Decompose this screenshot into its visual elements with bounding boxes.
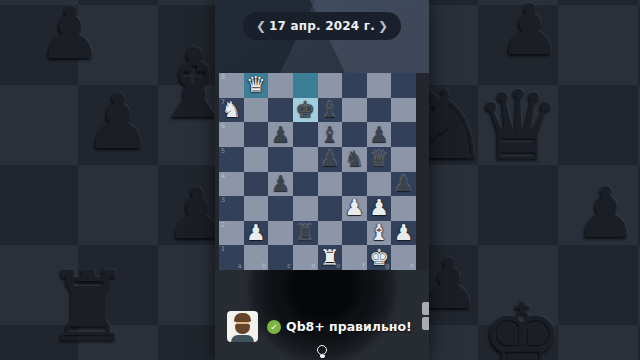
square-e8[interactable] — [318, 73, 343, 98]
square-a1[interactable]: 1a — [219, 245, 244, 270]
square-b3[interactable] — [244, 196, 269, 221]
rank-label: 6 — [221, 123, 225, 130]
piece-black-pawn-e5[interactable]: ♟ — [320, 148, 340, 170]
next-day-button[interactable]: ❯ — [378, 12, 388, 40]
piece-white-queen-b8[interactable]: ♛ — [246, 74, 266, 96]
square-c3[interactable] — [268, 196, 293, 221]
photo-detail — [422, 317, 429, 330]
square-a3[interactable]: 3 — [219, 196, 244, 221]
rank-label: 8 — [221, 74, 225, 81]
piece-black-queen-g5[interactable]: ♛ — [369, 148, 389, 170]
file-label: h — [410, 263, 414, 270]
square-f3[interactable]: ♟ — [342, 196, 367, 221]
avatar-shirt — [231, 335, 254, 342]
background-pawn-icon: ♟ — [575, 178, 638, 248]
square-e1[interactable]: e♜ — [318, 245, 343, 270]
status-text: Qb8+ правильно! — [286, 319, 412, 334]
file-label: c — [287, 263, 291, 270]
square-g1[interactable]: g♚ — [367, 245, 392, 270]
square-e2[interactable] — [318, 221, 343, 246]
square-e3[interactable] — [318, 196, 343, 221]
file-label: g — [385, 263, 389, 270]
piece-black-pawn-h4[interactable]: ♟ — [394, 173, 414, 195]
square-d3[interactable] — [293, 196, 318, 221]
square-e4[interactable] — [318, 172, 343, 197]
square-h1[interactable]: h — [391, 245, 416, 270]
square-g6[interactable]: ♟ — [367, 122, 392, 147]
piece-black-rook-d2[interactable]: ♜ — [295, 222, 315, 244]
lightbulb-icon — [317, 345, 327, 355]
piece-black-king-d7[interactable]: ♚ — [295, 99, 315, 121]
square-d5[interactable] — [293, 147, 318, 172]
square-d2[interactable]: ♜ — [293, 221, 318, 246]
square-g7[interactable] — [367, 98, 392, 123]
correct-check-icon: ✓ — [267, 320, 281, 334]
square-b5[interactable] — [244, 147, 269, 172]
piece-black-bishop-e7[interactable]: ♝ — [320, 99, 340, 121]
square-c6[interactable]: ♟ — [268, 122, 293, 147]
square-g5[interactable]: ♛ — [367, 147, 392, 172]
background-rook-icon: ♜ — [45, 259, 131, 355]
file-label: a — [238, 263, 242, 270]
square-f2[interactable] — [342, 221, 367, 246]
square-e7[interactable]: ♝ — [318, 98, 343, 123]
square-h8[interactable] — [391, 73, 416, 98]
bottom-panel: ✓ Qb8+ правильно! — [215, 270, 429, 360]
square-f5[interactable]: ♞ — [342, 147, 367, 172]
date-label: 17 апр. 2024 г. — [269, 19, 375, 33]
rank-label: 7 — [221, 99, 225, 106]
square-c8[interactable] — [268, 73, 293, 98]
square-e5[interactable]: ♟ — [318, 147, 343, 172]
square-h2[interactable]: ♟ — [391, 221, 416, 246]
square-f7[interactable] — [342, 98, 367, 123]
lightbulb-base — [320, 355, 325, 358]
piece-white-bishop-g2[interactable]: ♝ — [369, 222, 389, 244]
square-b1[interactable]: b — [244, 245, 269, 270]
square-c2[interactable] — [268, 221, 293, 246]
file-label: f — [362, 263, 364, 270]
background-king-icon: ♚ — [481, 292, 563, 360]
square-e6[interactable]: ♝ — [318, 122, 343, 147]
rank-label: 4 — [221, 173, 225, 180]
square-f1[interactable]: f — [342, 245, 367, 270]
square-g3[interactable]: ♟ — [367, 196, 392, 221]
photo-detail — [422, 302, 429, 315]
square-f4[interactable] — [342, 172, 367, 197]
square-g8[interactable] — [367, 73, 392, 98]
avatar-hair — [234, 313, 251, 322]
square-c1[interactable]: c — [268, 245, 293, 270]
square-h5[interactable] — [391, 147, 416, 172]
square-b2[interactable]: ♟ — [244, 221, 269, 246]
piece-white-pawn-g3[interactable]: ♟ — [369, 197, 389, 219]
square-g2[interactable]: ♝ — [367, 221, 392, 246]
square-a2[interactable]: 2 — [219, 221, 244, 246]
square-h6[interactable] — [391, 122, 416, 147]
square-c5[interactable] — [268, 147, 293, 172]
square-d8[interactable] — [293, 73, 318, 98]
hint-lightbulb-button[interactable] — [316, 345, 328, 360]
phone-screen: ❮ 17 апр. 2024 г. ❯ 8♛7♞♚♝6♟♝♟5♟♞♛4♟♟3♟♟… — [215, 0, 429, 360]
background-pawn-icon: ♟ — [84, 84, 152, 160]
square-h3[interactable] — [391, 196, 416, 221]
square-d4[interactable] — [293, 172, 318, 197]
file-label: b — [262, 263, 266, 270]
square-d7[interactable]: ♚ — [293, 98, 318, 123]
square-d6[interactable] — [293, 122, 318, 147]
background-queen-icon: ♛ — [475, 78, 561, 174]
piece-black-bishop-e6[interactable]: ♝ — [320, 124, 340, 146]
square-b6[interactable] — [244, 122, 269, 147]
square-f8[interactable] — [342, 73, 367, 98]
square-a5[interactable]: 5 — [219, 147, 244, 172]
avatar[interactable] — [227, 311, 258, 342]
square-f6[interactable] — [342, 122, 367, 147]
date-selector: ❮ 17 апр. 2024 г. ❯ — [243, 12, 401, 40]
square-a7[interactable]: 7♞ — [219, 98, 244, 123]
square-b8[interactable]: ♛ — [244, 73, 269, 98]
piece-black-pawn-c6[interactable]: ♟ — [271, 124, 291, 146]
background-pawn-icon: ♟ — [38, 0, 103, 69]
rank-label: 3 — [221, 197, 225, 204]
square-a4[interactable]: 4 — [219, 172, 244, 197]
square-a8[interactable]: 8 — [219, 73, 244, 98]
square-d1[interactable]: d — [293, 245, 318, 270]
background-pawn-icon: ♟ — [499, 0, 562, 65]
square-h7[interactable] — [391, 98, 416, 123]
rank-label: 2 — [221, 222, 225, 229]
header: ❮ 17 апр. 2024 г. ❯ — [215, 0, 429, 73]
piece-white-pawn-h2[interactable]: ♟ — [394, 222, 414, 244]
piece-white-pawn-f3[interactable]: ♟ — [345, 197, 365, 219]
file-label: d — [311, 263, 315, 270]
rank-label: 1 — [221, 246, 225, 253]
square-c7[interactable] — [268, 98, 293, 123]
avatar-beard — [235, 324, 250, 334]
square-a6[interactable]: 6 — [219, 122, 244, 147]
square-b7[interactable] — [244, 98, 269, 123]
square-c4[interactable]: ♟ — [268, 172, 293, 197]
piece-black-knight-f5[interactable]: ♞ — [345, 148, 365, 170]
prev-day-button[interactable]: ❮ — [256, 12, 266, 40]
chess-board: 8♛7♞♚♝6♟♝♟5♟♞♛4♟♟3♟♟2♟♜♝♟1abcde♜fg♚h — [219, 73, 416, 270]
rank-label: 5 — [221, 148, 225, 155]
square-h4[interactable]: ♟ — [391, 172, 416, 197]
piece-black-pawn-g6[interactable]: ♟ — [369, 124, 389, 146]
piece-white-pawn-b2[interactable]: ♟ — [246, 222, 266, 244]
file-label: e — [336, 263, 340, 270]
piece-black-pawn-c4[interactable]: ♟ — [271, 173, 291, 195]
square-g4[interactable] — [367, 172, 392, 197]
square-b4[interactable] — [244, 172, 269, 197]
